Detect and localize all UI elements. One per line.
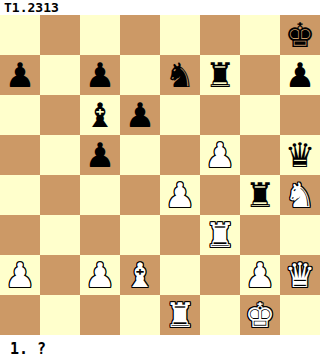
square-c6[interactable]: ♝	[80, 95, 120, 135]
black-rook-icon[interactable]: ♜	[240, 175, 280, 215]
square-a3[interactable]	[0, 215, 40, 255]
square-e4[interactable]: ♟	[160, 175, 200, 215]
square-g3[interactable]	[240, 215, 280, 255]
move-prompt: 1. ?	[0, 335, 320, 358]
square-g2[interactable]: ♟	[240, 255, 280, 295]
square-g5[interactable]	[240, 135, 280, 175]
square-b4[interactable]	[40, 175, 80, 215]
square-h8[interactable]: ♚	[280, 15, 320, 55]
square-d1[interactable]	[120, 295, 160, 335]
square-d2[interactable]: ♝	[120, 255, 160, 295]
square-c3[interactable]	[80, 215, 120, 255]
square-h2[interactable]: ♛	[280, 255, 320, 295]
white-pawn-icon[interactable]: ♟	[0, 255, 40, 295]
square-b8[interactable]	[40, 15, 80, 55]
square-h5[interactable]: ♛	[280, 135, 320, 175]
black-pawn-icon[interactable]: ♟	[80, 55, 120, 95]
square-g8[interactable]	[240, 15, 280, 55]
puzzle-title: T1.2313	[0, 0, 320, 15]
square-d6[interactable]: ♟	[120, 95, 160, 135]
white-bishop-icon[interactable]: ♝	[120, 255, 160, 295]
black-pawn-icon[interactable]: ♟	[120, 95, 160, 135]
square-a8[interactable]	[0, 15, 40, 55]
white-pawn-icon[interactable]: ♟	[240, 255, 280, 295]
square-g1[interactable]: ♚	[240, 295, 280, 335]
square-c1[interactable]	[80, 295, 120, 335]
white-pawn-icon[interactable]: ♟	[200, 135, 240, 175]
square-c2[interactable]: ♟	[80, 255, 120, 295]
square-c5[interactable]: ♟	[80, 135, 120, 175]
white-queen-icon[interactable]: ♛	[280, 255, 320, 295]
square-f5[interactable]: ♟	[200, 135, 240, 175]
square-b1[interactable]	[40, 295, 80, 335]
square-g6[interactable]	[240, 95, 280, 135]
chess-board: ♚♟♟♞♜♟♝♟♟♟♛♟♜♞♜♟♟♝♟♛♜♚	[0, 15, 320, 335]
square-f6[interactable]	[200, 95, 240, 135]
square-f1[interactable]	[200, 295, 240, 335]
black-pawn-icon[interactable]: ♟	[0, 55, 40, 95]
square-d5[interactable]	[120, 135, 160, 175]
square-e6[interactable]	[160, 95, 200, 135]
black-knight-icon[interactable]: ♞	[160, 55, 200, 95]
square-b7[interactable]	[40, 55, 80, 95]
white-pawn-icon[interactable]: ♟	[80, 255, 120, 295]
white-rook-icon[interactable]: ♜	[200, 215, 240, 255]
black-rook-icon[interactable]: ♜	[200, 55, 240, 95]
square-f3[interactable]: ♜	[200, 215, 240, 255]
white-king-icon[interactable]: ♚	[240, 295, 280, 335]
square-f7[interactable]: ♜	[200, 55, 240, 95]
square-e1[interactable]: ♜	[160, 295, 200, 335]
square-b2[interactable]	[40, 255, 80, 295]
square-d3[interactable]	[120, 215, 160, 255]
black-bishop-icon[interactable]: ♝	[80, 95, 120, 135]
square-b6[interactable]	[40, 95, 80, 135]
square-g7[interactable]	[240, 55, 280, 95]
square-a5[interactable]	[0, 135, 40, 175]
square-f8[interactable]	[200, 15, 240, 55]
square-a7[interactable]: ♟	[0, 55, 40, 95]
square-h4[interactable]: ♞	[280, 175, 320, 215]
black-king-icon[interactable]: ♚	[280, 15, 320, 55]
square-h1[interactable]	[280, 295, 320, 335]
square-a6[interactable]	[0, 95, 40, 135]
square-e8[interactable]	[160, 15, 200, 55]
square-e5[interactable]	[160, 135, 200, 175]
square-b3[interactable]	[40, 215, 80, 255]
square-h3[interactable]	[280, 215, 320, 255]
square-c4[interactable]	[80, 175, 120, 215]
white-rook-icon[interactable]: ♜	[160, 295, 200, 335]
square-d7[interactable]	[120, 55, 160, 95]
square-a4[interactable]	[0, 175, 40, 215]
square-g4[interactable]: ♜	[240, 175, 280, 215]
black-pawn-icon[interactable]: ♟	[280, 55, 320, 95]
square-e3[interactable]	[160, 215, 200, 255]
white-knight-icon[interactable]: ♞	[280, 175, 320, 215]
square-f2[interactable]	[200, 255, 240, 295]
square-b5[interactable]	[40, 135, 80, 175]
white-pawn-icon[interactable]: ♟	[160, 175, 200, 215]
black-pawn-icon[interactable]: ♟	[80, 135, 120, 175]
square-f4[interactable]	[200, 175, 240, 215]
square-d4[interactable]	[120, 175, 160, 215]
square-a1[interactable]	[0, 295, 40, 335]
square-c7[interactable]: ♟	[80, 55, 120, 95]
square-e7[interactable]: ♞	[160, 55, 200, 95]
square-a2[interactable]: ♟	[0, 255, 40, 295]
square-c8[interactable]	[80, 15, 120, 55]
black-queen-icon[interactable]: ♛	[280, 135, 320, 175]
square-e2[interactable]	[160, 255, 200, 295]
square-h6[interactable]	[280, 95, 320, 135]
square-h7[interactable]: ♟	[280, 55, 320, 95]
square-d8[interactable]	[120, 15, 160, 55]
